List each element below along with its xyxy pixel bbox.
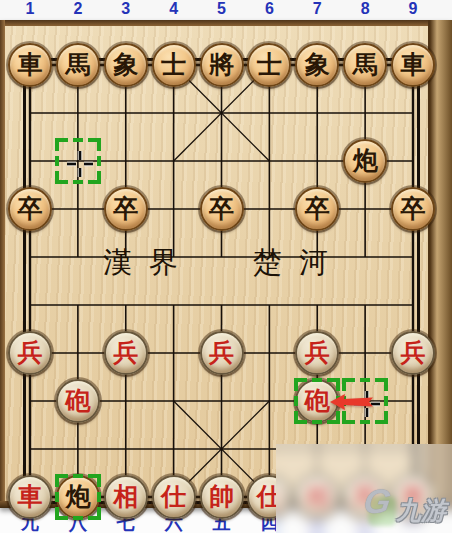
top-file-label: 8 bbox=[361, 0, 370, 18]
watermark-logo-glyph: G bbox=[361, 482, 393, 521]
piece-red-相[interactable]: 相 bbox=[104, 475, 148, 519]
piece-glyph: 卒 bbox=[18, 196, 43, 221]
piece-black-卒[interactable]: 卒 bbox=[104, 187, 148, 231]
piece-glyph: 兵 bbox=[18, 340, 43, 365]
piece-black-車[interactable]: 車 bbox=[391, 43, 435, 87]
piece-glyph: 將 bbox=[209, 52, 234, 77]
piece-black-馬[interactable]: 馬 bbox=[343, 43, 387, 87]
piece-glyph: 卒 bbox=[209, 196, 234, 221]
piece-glyph: 卒 bbox=[401, 196, 426, 221]
piece-black-炮[interactable]: 炮 bbox=[56, 475, 100, 519]
piece-red-兵[interactable]: 兵 bbox=[200, 331, 244, 375]
piece-glyph: 帥 bbox=[209, 484, 234, 509]
piece-glyph: 車 bbox=[18, 52, 43, 77]
piece-black-車[interactable]: 車 bbox=[8, 43, 52, 87]
piece-glyph: 炮 bbox=[65, 484, 90, 509]
piece-black-馬[interactable]: 馬 bbox=[56, 43, 100, 87]
piece-glyph: 象 bbox=[113, 52, 138, 77]
river-label-left: 漢界 bbox=[103, 243, 195, 283]
piece-black-將[interactable]: 將 bbox=[200, 43, 244, 87]
piece-red-車[interactable]: 車 bbox=[8, 475, 52, 519]
piece-glyph: 砲 bbox=[65, 388, 90, 413]
piece-glyph: 相 bbox=[113, 484, 138, 509]
piece-glyph: 砲 bbox=[305, 388, 330, 413]
piece-black-卒[interactable]: 卒 bbox=[391, 187, 435, 231]
board-frame-left bbox=[0, 20, 5, 508]
piece-red-兵[interactable]: 兵 bbox=[295, 331, 339, 375]
piece-glyph: 兵 bbox=[113, 340, 138, 365]
piece-red-兵[interactable]: 兵 bbox=[8, 331, 52, 375]
piece-glyph: 兵 bbox=[401, 340, 426, 365]
watermark-overlay: G 九游 bbox=[276, 444, 452, 533]
top-file-label: 7 bbox=[313, 0, 322, 18]
piece-glyph: 卒 bbox=[305, 196, 330, 221]
top-file-label: 9 bbox=[409, 0, 418, 18]
piece-glyph: 馬 bbox=[353, 52, 378, 77]
piece-glyph: 車 bbox=[18, 484, 43, 509]
top-file-label: 4 bbox=[169, 0, 178, 18]
xiangqi-board[interactable] bbox=[0, 20, 452, 508]
piece-glyph: 炮 bbox=[353, 148, 378, 173]
xiangqi-game-screenshot: 123456789 漢界 楚河 車馬象士將士象馬車炮卒卒卒卒卒兵兵兵兵兵砲砲車炮… bbox=[0, 0, 452, 533]
piece-red-兵[interactable]: 兵 bbox=[104, 331, 148, 375]
piece-black-士[interactable]: 士 bbox=[152, 43, 196, 87]
piece-black-卒[interactable]: 卒 bbox=[200, 187, 244, 231]
piece-glyph: 卒 bbox=[113, 196, 138, 221]
piece-red-兵[interactable]: 兵 bbox=[391, 331, 435, 375]
piece-red-砲[interactable]: 砲 bbox=[295, 379, 339, 423]
piece-glyph: 士 bbox=[257, 52, 282, 77]
piece-black-卒[interactable]: 卒 bbox=[295, 187, 339, 231]
piece-black-炮[interactable]: 炮 bbox=[343, 139, 387, 183]
top-file-label: 6 bbox=[265, 0, 274, 18]
piece-glyph: 兵 bbox=[305, 340, 330, 365]
piece-glyph: 馬 bbox=[65, 52, 90, 77]
piece-black-象[interactable]: 象 bbox=[295, 43, 339, 87]
river-label-right: 楚河 bbox=[253, 243, 345, 283]
piece-glyph: 仕 bbox=[161, 484, 186, 509]
top-file-labels: 123456789 bbox=[0, 0, 452, 20]
board-frame-right bbox=[428, 20, 452, 508]
watermark-logo-text: 九游 bbox=[396, 494, 446, 527]
top-file-label: 5 bbox=[217, 0, 226, 18]
piece-red-仕[interactable]: 仕 bbox=[152, 475, 196, 519]
top-file-label: 1 bbox=[26, 0, 35, 18]
board-frame-top bbox=[0, 20, 452, 26]
piece-glyph: 兵 bbox=[209, 340, 234, 365]
piece-glyph: 車 bbox=[401, 52, 426, 77]
piece-red-帥[interactable]: 帥 bbox=[200, 475, 244, 519]
piece-black-象[interactable]: 象 bbox=[104, 43, 148, 87]
piece-glyph: 士 bbox=[161, 52, 186, 77]
piece-glyph: 象 bbox=[305, 52, 330, 77]
top-file-label: 2 bbox=[73, 0, 82, 18]
piece-red-砲[interactable]: 砲 bbox=[56, 379, 100, 423]
piece-black-卒[interactable]: 卒 bbox=[8, 187, 52, 231]
top-file-label: 3 bbox=[121, 0, 130, 18]
